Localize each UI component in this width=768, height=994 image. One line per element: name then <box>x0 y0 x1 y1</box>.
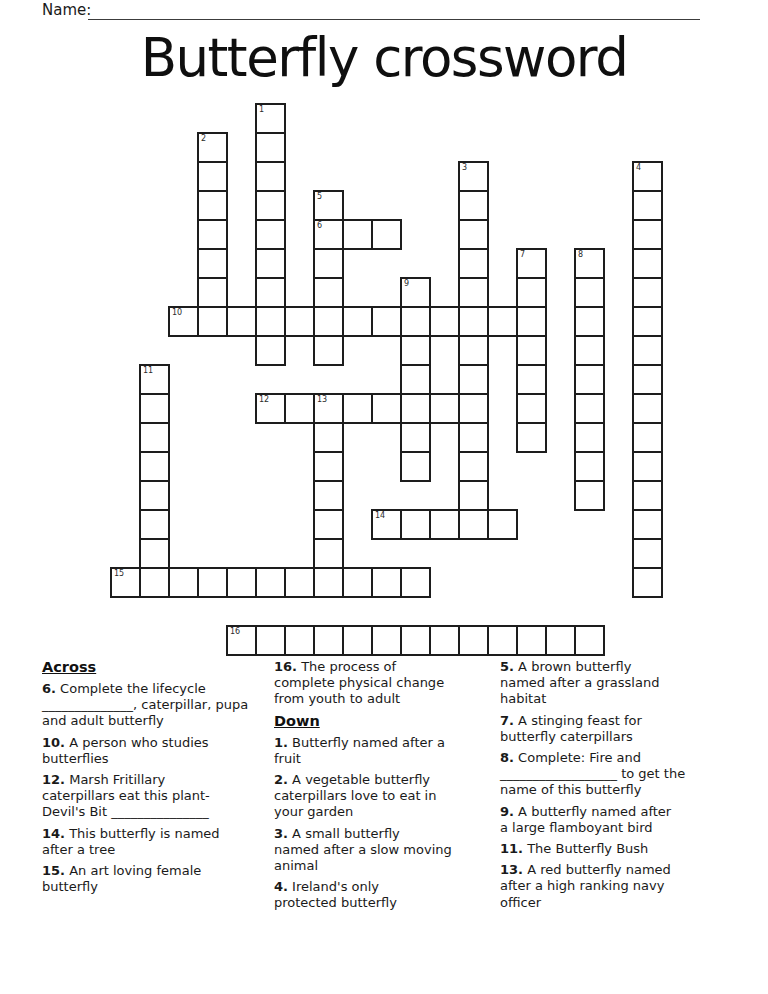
clue-column-1: Across6. Complete the lifecycle ________… <box>42 659 270 900</box>
grid-cell-r16c6[interactable] <box>284 567 315 598</box>
grid-cell-r13c18[interactable] <box>632 480 663 511</box>
grid-cell-r7c12[interactable] <box>458 306 489 337</box>
grid-cell-r10c5[interactable]: 12 <box>255 393 286 424</box>
clue-2: 2. A vegetable butterfly caterpillars lo… <box>274 772 494 821</box>
grid-cell-r5c3[interactable] <box>197 248 228 279</box>
cell-number-1: 1 <box>259 105 264 115</box>
grid-cell-r5c18[interactable] <box>632 248 663 279</box>
grid-cell-r13c16[interactable] <box>574 480 605 511</box>
grid-cell-r6c18[interactable] <box>632 277 663 308</box>
cell-number-9: 9 <box>404 279 409 289</box>
grid-cell-r2c3[interactable] <box>197 161 228 192</box>
grid-cell-r10c11[interactable] <box>429 393 460 424</box>
grid-cell-r12c1[interactable] <box>139 451 170 482</box>
grid-cell-r14c1[interactable] <box>139 509 170 540</box>
grid-cell-r11c1[interactable] <box>139 422 170 453</box>
grid-cell-r1c3[interactable]: 2 <box>197 132 228 163</box>
grid-cell-r10c18[interactable] <box>632 393 663 424</box>
grid-cell-r12c7[interactable] <box>313 451 344 482</box>
grid-cell-r5c7[interactable] <box>313 248 344 279</box>
grid-cell-r3c7[interactable]: 5 <box>313 190 344 221</box>
clue-text-12: Marsh Fritillary caterpillars eat this p… <box>42 772 210 819</box>
grid-cell-r7c10[interactable] <box>400 306 431 337</box>
grid-cell-r10c10[interactable] <box>400 393 431 424</box>
grid-cell-r18c4[interactable]: 16 <box>226 625 257 656</box>
grid-cell-r10c7[interactable]: 13 <box>313 393 344 424</box>
clue-number-4: 4. <box>274 879 288 894</box>
grid-cell-r7c4[interactable] <box>226 306 257 337</box>
cell-number-12: 12 <box>259 395 269 405</box>
crossword-grid: 12345678910111213141516 <box>110 103 663 656</box>
cell-number-10: 10 <box>172 308 182 318</box>
clue-number-1: 1. <box>274 735 288 750</box>
across-header: Across <box>42 659 270 676</box>
grid-cell-r5c5[interactable] <box>255 248 286 279</box>
clue-column-2: 16. The process of complete physical cha… <box>274 659 494 917</box>
clue-text-14: This butterfly is named after a tree <box>42 826 220 857</box>
grid-cell-r4c18[interactable] <box>632 219 663 250</box>
grid-cell-r8c12[interactable] <box>458 335 489 366</box>
clue-11: 11. The Butterfly Bush <box>500 841 718 857</box>
clue-14: 14. This butterfly is named after a tree <box>42 826 270 858</box>
clue-5: 5. A brown butterfly named after a grass… <box>500 659 718 708</box>
grid-cell-r6c5[interactable] <box>255 277 286 308</box>
grid-cell-r7c6[interactable] <box>284 306 315 337</box>
grid-cell-r15c1[interactable] <box>139 538 170 569</box>
grid-cell-r9c18[interactable] <box>632 364 663 395</box>
clue-number-9: 9. <box>500 804 514 819</box>
grid-cell-r3c3[interactable] <box>197 190 228 221</box>
grid-cell-r6c12[interactable] <box>458 277 489 308</box>
clue-text-7: A stinging feast for butterfly caterpill… <box>500 713 642 744</box>
grid-cell-r4c7[interactable]: 6 <box>313 219 344 250</box>
grid-cell-r18c15[interactable] <box>545 625 576 656</box>
clue-13: 13. A red butterfly named after a high r… <box>500 862 718 911</box>
clue-3: 3. A small butterfly named after a slow … <box>274 826 494 875</box>
grid-cell-r9c16[interactable] <box>574 364 605 395</box>
clue-text-16: The process of complete physical change … <box>274 659 444 706</box>
grid-cell-r18c9[interactable] <box>371 625 402 656</box>
grid-cell-r6c16[interactable] <box>574 277 605 308</box>
cell-number-6: 6 <box>317 221 322 231</box>
grid-cell-r16c4[interactable] <box>226 567 257 598</box>
grid-cell-r2c12[interactable]: 3 <box>458 161 489 192</box>
grid-cell-r11c14[interactable] <box>516 422 547 453</box>
grid-cell-r16c5[interactable] <box>255 567 286 598</box>
grid-cell-r4c9[interactable] <box>371 219 402 250</box>
grid-cell-r7c2[interactable]: 10 <box>168 306 199 337</box>
grid-cell-r18c8[interactable] <box>342 625 373 656</box>
page-title: Butterfly crossword <box>0 27 768 89</box>
grid-cell-r18c6[interactable] <box>284 625 315 656</box>
grid-cell-r16c8[interactable] <box>342 567 373 598</box>
grid-cell-r7c3[interactable] <box>197 306 228 337</box>
clue-8: 8. Complete: Fire and __________________… <box>500 750 718 799</box>
grid-cell-r16c7[interactable] <box>313 567 344 598</box>
grid-cell-r10c12[interactable] <box>458 393 489 424</box>
grid-cell-r11c18[interactable] <box>632 422 663 453</box>
grid-cell-r10c6[interactable] <box>284 393 315 424</box>
clue-text-4: Ireland's only protected butterfly <box>274 879 397 910</box>
grid-cell-r18c14[interactable] <box>516 625 547 656</box>
grid-cell-r3c12[interactable] <box>458 190 489 221</box>
clue-text-15: An art loving female butterfly <box>42 863 201 894</box>
grid-cell-r13c1[interactable] <box>139 480 170 511</box>
grid-cell-r7c5[interactable] <box>255 306 286 337</box>
cell-number-15: 15 <box>114 569 124 579</box>
clue-6: 6. Complete the lifecycle ______________… <box>42 681 270 730</box>
grid-cell-r5c14[interactable]: 7 <box>516 248 547 279</box>
grid-cell-r12c16[interactable] <box>574 451 605 482</box>
grid-cell-r12c10[interactable] <box>400 451 431 482</box>
grid-cell-r18c12[interactable] <box>458 625 489 656</box>
cell-number-4: 4 <box>636 163 641 173</box>
grid-cell-r11c10[interactable] <box>400 422 431 453</box>
clue-text-6: Complete the lifecycle ______________, c… <box>42 681 248 728</box>
clue-text-1: Butterfly named after a fruit <box>274 735 445 766</box>
clue-text-2: A vegetable butterfly caterpillars love … <box>274 772 436 819</box>
grid-cell-r10c8[interactable] <box>342 393 373 424</box>
clue-number-8: 8. <box>500 750 514 765</box>
clue-number-13: 13. <box>500 862 523 877</box>
grid-cell-r8c18[interactable] <box>632 335 663 366</box>
grid-cell-r13c12[interactable] <box>458 480 489 511</box>
grid-cell-r7c9[interactable] <box>371 306 402 337</box>
grid-cell-r1c5[interactable] <box>255 132 286 163</box>
grid-cell-r11c7[interactable] <box>313 422 344 453</box>
grid-cell-r16c1[interactable] <box>139 567 170 598</box>
grid-cell-r14c7[interactable] <box>313 509 344 540</box>
clue-text-9: A butterfly named after a large flamboya… <box>500 804 671 835</box>
cell-number-8: 8 <box>578 250 583 260</box>
grid-cell-r5c12[interactable] <box>458 248 489 279</box>
clue-1: 1. Butterfly named after a fruit <box>274 735 494 767</box>
clue-number-16: 16. <box>274 659 297 674</box>
cell-number-5: 5 <box>317 192 322 202</box>
cell-number-11: 11 <box>143 366 153 376</box>
grid-cell-r14c9[interactable]: 14 <box>371 509 402 540</box>
grid-cell-r12c18[interactable] <box>632 451 663 482</box>
clue-9: 9. A butterfly named after a large flamb… <box>500 804 718 836</box>
grid-cell-r9c10[interactable] <box>400 364 431 395</box>
clue-number-15: 15. <box>42 863 65 878</box>
clue-number-12: 12. <box>42 772 65 787</box>
clue-text-13: A red butterfly named after a high ranki… <box>500 862 671 909</box>
grid-cell-r10c16[interactable] <box>574 393 605 424</box>
grid-cell-r14c11[interactable] <box>429 509 460 540</box>
crossword-worksheet: Name: Butterfly crossword 12345678910111… <box>0 0 768 994</box>
clue-text-5: A brown butterfly named after a grasslan… <box>500 659 659 706</box>
grid-cell-r9c14[interactable] <box>516 364 547 395</box>
clue-number-7: 7. <box>500 713 514 728</box>
grid-cell-r7c8[interactable] <box>342 306 373 337</box>
grid-cell-r9c12[interactable] <box>458 364 489 395</box>
clue-number-2: 2. <box>274 772 288 787</box>
grid-cell-r7c11[interactable] <box>429 306 460 337</box>
grid-cell-r18c13[interactable] <box>487 625 518 656</box>
name-label: Name: <box>42 1 91 19</box>
grid-cell-r18c10[interactable] <box>400 625 431 656</box>
clue-7: 7. A stinging feast for butterfly caterp… <box>500 713 718 745</box>
grid-cell-r18c5[interactable] <box>255 625 286 656</box>
grid-cell-r10c1[interactable] <box>139 393 170 424</box>
grid-cell-r16c0[interactable]: 15 <box>110 567 141 598</box>
grid-cell-r9c1[interactable]: 11 <box>139 364 170 395</box>
cell-number-14: 14 <box>375 511 385 521</box>
grid-cell-r4c5[interactable] <box>255 219 286 250</box>
grid-cell-r7c18[interactable] <box>632 306 663 337</box>
grid-cell-r8c16[interactable] <box>574 335 605 366</box>
grid-cell-r8c5[interactable] <box>255 335 286 366</box>
clue-4: 4. Ireland's only protected butterfly <box>274 879 494 911</box>
name-fill-line <box>88 19 700 20</box>
grid-cell-r7c16[interactable] <box>574 306 605 337</box>
grid-cell-r7c13[interactable] <box>487 306 518 337</box>
grid-cell-r14c18[interactable] <box>632 509 663 540</box>
clue-12: 12. Marsh Fritillary caterpillars eat th… <box>42 772 270 821</box>
grid-cell-r16c2[interactable] <box>168 567 199 598</box>
clue-column-3: 5. A brown butterfly named after a grass… <box>500 659 718 916</box>
clue-number-5: 5. <box>500 659 514 674</box>
clue-text-3: A small butterfly named after a slow mov… <box>274 826 452 873</box>
grid-cell-r8c14[interactable] <box>516 335 547 366</box>
grid-cell-r8c10[interactable] <box>400 335 431 366</box>
grid-cell-r4c12[interactable] <box>458 219 489 250</box>
grid-cell-r2c18[interactable]: 4 <box>632 161 663 192</box>
grid-cell-r16c10[interactable] <box>400 567 431 598</box>
grid-cell-r8c7[interactable] <box>313 335 344 366</box>
cell-number-3: 3 <box>462 163 467 173</box>
grid-cell-r10c14[interactable] <box>516 393 547 424</box>
down-header: Down <box>274 713 494 730</box>
grid-cell-r2c5[interactable] <box>255 161 286 192</box>
clue-number-11: 11. <box>500 841 523 856</box>
clue-text-8: Complete: Fire and __________________ to… <box>500 750 685 797</box>
grid-cell-r12c12[interactable] <box>458 451 489 482</box>
grid-cell-r7c7[interactable] <box>313 306 344 337</box>
grid-cell-r6c10[interactable]: 9 <box>400 277 431 308</box>
grid-cell-r16c3[interactable] <box>197 567 228 598</box>
clue-number-6: 6. <box>42 681 56 696</box>
grid-cell-r0c5[interactable]: 1 <box>255 103 286 134</box>
clue-16: 16. The process of complete physical cha… <box>274 659 494 708</box>
grid-cell-r6c3[interactable] <box>197 277 228 308</box>
grid-cell-r18c7[interactable] <box>313 625 344 656</box>
grid-cell-r3c18[interactable] <box>632 190 663 221</box>
grid-cell-r6c14[interactable] <box>516 277 547 308</box>
clue-number-10: 10. <box>42 735 65 750</box>
grid-cell-r15c7[interactable] <box>313 538 344 569</box>
grid-cell-r5c16[interactable]: 8 <box>574 248 605 279</box>
grid-cell-r3c5[interactable] <box>255 190 286 221</box>
grid-cell-r6c7[interactable] <box>313 277 344 308</box>
grid-cell-r11c12[interactable] <box>458 422 489 453</box>
grid-cell-r14c13[interactable] <box>487 509 518 540</box>
grid-cell-r16c18[interactable] <box>632 567 663 598</box>
clue-10: 10. A person who studies butterflies <box>42 735 270 767</box>
grid-cell-r11c16[interactable] <box>574 422 605 453</box>
grid-cell-r10c9[interactable] <box>371 393 402 424</box>
clue-number-3: 3. <box>274 826 288 841</box>
clue-15: 15. An art loving female butterfly <box>42 863 270 895</box>
grid-cell-r16c9[interactable] <box>371 567 402 598</box>
grid-cell-r14c12[interactable] <box>458 509 489 540</box>
grid-cell-r15c18[interactable] <box>632 538 663 569</box>
clue-text-11: The Butterfly Bush <box>523 841 648 856</box>
grid-cell-r14c10[interactable] <box>400 509 431 540</box>
clue-number-14: 14. <box>42 826 65 841</box>
grid-cell-r18c16[interactable] <box>574 625 605 656</box>
cell-number-16: 16 <box>230 627 240 637</box>
cell-number-2: 2 <box>201 134 206 144</box>
grid-cell-r13c7[interactable] <box>313 480 344 511</box>
cell-number-7: 7 <box>520 250 525 260</box>
grid-cell-r4c8[interactable] <box>342 219 373 250</box>
grid-cell-r4c3[interactable] <box>197 219 228 250</box>
clue-text-10: A person who studies butterflies <box>42 735 209 766</box>
grid-cell-r7c14[interactable] <box>516 306 547 337</box>
grid-cell-r18c11[interactable] <box>429 625 460 656</box>
cell-number-13: 13 <box>317 395 327 405</box>
